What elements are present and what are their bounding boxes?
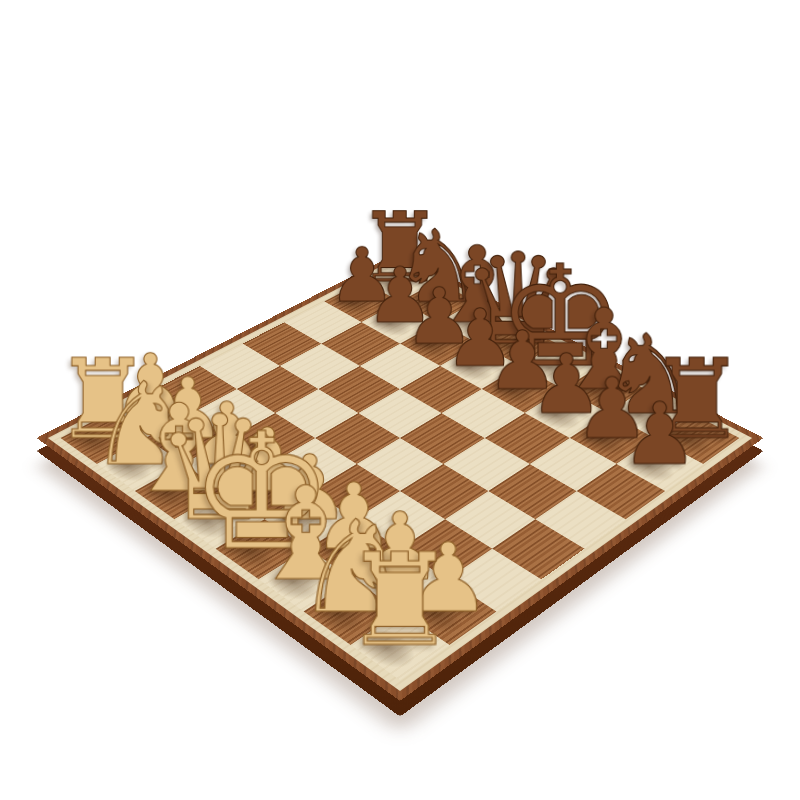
chess-board: ♜♞♝♛♚♝♞♜♟♟♟♟♟♟♟♟♟♟♟♟♟♟♟♟♜♞♝♛♚♝♞♜ [37,252,764,701]
product-photo-scene: ♜♞♝♛♚♝♞♜♟♟♟♟♟♟♟♟♟♟♟♟♟♟♟♟♜♞♝♛♚♝♞♜ [0,0,800,800]
square-h1[interactable]: ♜ [351,611,450,680]
board-grid: ♜♞♝♛♚♝♞♜♟♟♟♟♟♟♟♟♟♟♟♟♟♟♟♟♜♞♝♛♚♝♞♜ [61,262,740,680]
piece-light-rook[interactable]: ♜ [343,536,458,664]
piece-dark-pawn[interactable]: ♟ [621,391,698,477]
board-outer-frame: ♜♞♝♛♚♝♞♜♟♟♟♟♟♟♟♟♟♟♟♟♟♟♟♟♜♞♝♛♚♝♞♜ [37,252,764,701]
square-g5[interactable] [488,464,576,519]
board-inner-border: ♜♞♝♛♚♝♞♜♟♟♟♟♟♟♟♟♟♟♟♟♟♟♟♟♜♞♝♛♚♝♞♜ [48,257,752,691]
